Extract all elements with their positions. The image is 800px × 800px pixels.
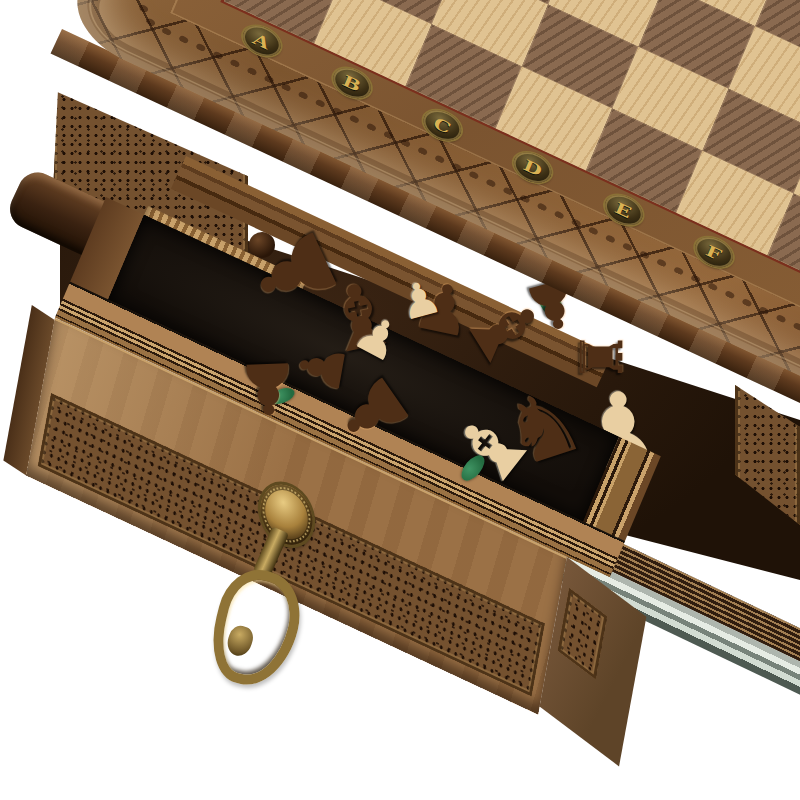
drawer-side-fretwork-panel (558, 588, 608, 680)
chess-box-product-photo: ♟ ♟♝♟♝♟♜♞♟♟♟♟♟♝ ABCDEF (0, 0, 800, 800)
dark-pawn-in-drawer: ♟ (289, 337, 355, 398)
dark-rook-in-drawer: ♜ (571, 331, 629, 383)
